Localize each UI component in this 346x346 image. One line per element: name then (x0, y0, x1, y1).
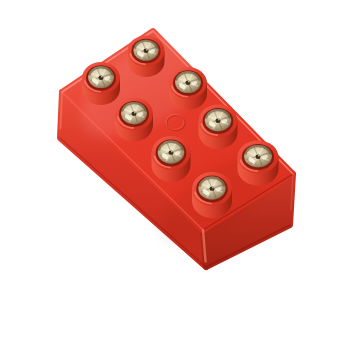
brick-stud-7 (238, 141, 279, 186)
brick-stud-3 (169, 67, 207, 110)
duplo-brick (60, 10, 293, 267)
brick-stud-5 (199, 105, 238, 150)
stud-center-speck (101, 76, 103, 78)
stud-center-speck (188, 81, 190, 83)
stud-center-dot (255, 154, 260, 158)
brick-stud-2 (82, 62, 120, 105)
stud-center-speck (212, 187, 214, 189)
brick-stud-1 (128, 36, 165, 78)
stud-center-speck (134, 112, 136, 114)
duplo-brick-photo (0, 0, 346, 346)
stud-center-speck (171, 151, 173, 153)
stud-center-dot (168, 150, 173, 154)
stud-center-dot (143, 49, 148, 53)
stud-center-dot (185, 81, 190, 85)
stud-center-speck (146, 49, 148, 51)
stud-center-speck (218, 119, 220, 121)
stud-center-dot (131, 111, 136, 115)
stud-center-dot (215, 118, 220, 122)
stud-center-speck (258, 155, 260, 157)
photo-canvas (0, 0, 346, 346)
stud-center-dot (209, 186, 214, 190)
brick-stud-6 (152, 136, 191, 182)
stud-center-dot (98, 76, 103, 80)
brick-stud-4 (115, 98, 153, 142)
brick-stud-8 (192, 172, 232, 218)
